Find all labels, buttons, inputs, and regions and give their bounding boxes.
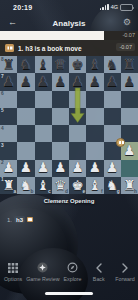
board-square-f2[interactable]: ♟	[86, 160, 103, 177]
home-indicator[interactable]	[45, 292, 93, 295]
board-square-f3[interactable]	[86, 142, 103, 159]
board-square-d1[interactable]: d♛	[52, 177, 69, 194]
game-review-label: Game Review	[26, 276, 59, 282]
move-san[interactable]: h3	[14, 216, 25, 223]
board-square-g1[interactable]: g♞	[104, 177, 121, 194]
board-square-e4[interactable]	[69, 125, 86, 142]
board-square-a7[interactable]: 7♟	[0, 73, 17, 90]
rank-label: 5	[1, 108, 4, 113]
page-title: Analysis	[0, 19, 138, 28]
chess-piece-black-k[interactable]: ♚	[69, 56, 86, 73]
chess-piece-white-b[interactable]: ♝	[86, 177, 103, 194]
game-review-button[interactable]: Game Review	[26, 258, 59, 292]
board-square-h5[interactable]	[121, 108, 138, 125]
board-square-c4[interactable]	[35, 125, 52, 142]
board-square-f7[interactable]: ♟	[86, 73, 103, 90]
chevron-left-icon	[95, 262, 103, 273]
board-square-h2[interactable]	[121, 160, 138, 177]
options-label: Options	[4, 276, 22, 282]
chess-piece-white-p[interactable]: ♟	[86, 160, 103, 177]
chess-piece-white-p[interactable]: ♟	[0, 160, 17, 177]
chess-piece-black-p[interactable]: ♟	[86, 73, 103, 90]
back-label: Back	[93, 276, 105, 282]
board-square-a4[interactable]: 4	[0, 125, 17, 142]
chess-piece-white-p[interactable]: ♟	[104, 160, 121, 177]
chess-piece-white-b[interactable]: ♝	[35, 177, 52, 194]
chess-piece-white-r[interactable]: ♜	[0, 177, 17, 194]
chess-piece-white-k[interactable]: ♚	[69, 177, 86, 194]
board-square-c3[interactable]	[35, 142, 52, 159]
board-square-c8[interactable]: ♝	[35, 56, 52, 73]
board-square-f4[interactable]	[86, 125, 103, 142]
board-square-a3[interactable]: 3	[0, 142, 17, 159]
board-square-b5[interactable]	[17, 108, 34, 125]
bottom-toolbar: Options Game Review Explore Back Forward	[0, 258, 138, 292]
chess-analysis-screen: 20:19 4G ← Analysis ⚙ -0.07 1. h3 is a b…	[0, 0, 138, 300]
board-square-g6[interactable]	[104, 91, 121, 108]
chess-piece-black-p[interactable]: ♟	[35, 73, 52, 90]
status-bar: 20:19 4G	[0, 0, 138, 16]
board-square-b1[interactable]: b♞	[17, 177, 34, 194]
board-square-a5[interactable]: 5	[0, 108, 17, 125]
chess-board[interactable]: 8♜♞♝♛♚♝♞♜7♟♟♟♟♟♟♟♟6543♟2♟♟♟♟♟♟♟1a♜b♞c♝d♛…	[0, 56, 138, 194]
board-square-h1[interactable]: h♜	[121, 177, 138, 194]
board-square-a8[interactable]: 8♜	[0, 56, 17, 73]
explore-label: Explore	[64, 276, 82, 282]
chess-piece-black-q[interactable]: ♛	[52, 56, 69, 73]
board-square-a6[interactable]: 6	[0, 91, 17, 108]
evaluation-value: -0.07	[122, 31, 135, 40]
chess-piece-white-r[interactable]: ♜	[121, 177, 138, 194]
clock-time: 20:19	[13, 4, 32, 11]
chess-piece-white-n[interactable]: ♞	[104, 177, 121, 194]
board-square-g7[interactable]: ♟	[104, 73, 121, 90]
board-square-d8[interactable]: ♛	[52, 56, 69, 73]
rank-label: 6	[1, 91, 4, 96]
board-square-e7[interactable]: ♟	[69, 73, 86, 90]
review-icon	[37, 262, 48, 273]
chevron-right-icon	[121, 262, 129, 273]
forward-label: Forward	[115, 276, 134, 282]
board-square-h8[interactable]: ♜	[121, 56, 138, 73]
board-square-c5[interactable]	[35, 108, 52, 125]
board-square-e2[interactable]: ♟	[69, 160, 86, 177]
board-square-f1[interactable]: f♝	[86, 177, 103, 194]
battery-icon	[120, 4, 133, 11]
book-icon	[5, 44, 14, 52]
board-square-b3[interactable]	[17, 142, 34, 159]
forward-move-button[interactable]: Forward	[112, 258, 138, 292]
rank-label: 3	[1, 143, 4, 148]
back-move-button[interactable]: Back	[86, 258, 112, 292]
board-square-a2[interactable]: 2♟	[0, 160, 17, 177]
chess-piece-white-p[interactable]: ♟	[17, 160, 34, 177]
chess-piece-black-r[interactable]: ♜	[121, 56, 138, 73]
board-square-e8[interactable]: ♚	[69, 56, 86, 73]
move-list: 1. h3	[7, 216, 33, 223]
board-square-d4[interactable]	[52, 125, 69, 142]
board-square-b6[interactable]	[17, 91, 34, 108]
grid-icon	[8, 262, 18, 273]
chess-piece-black-p[interactable]: ♟	[17, 73, 34, 90]
explore-icon	[67, 262, 78, 273]
board-square-e5[interactable]	[69, 108, 86, 125]
move-assessment-text: 1. h3 is a book move	[18, 45, 82, 52]
board-square-g8[interactable]: ♞	[104, 56, 121, 73]
book-move-mini-icon	[27, 217, 33, 223]
chess-piece-black-n[interactable]: ♞	[104, 56, 121, 73]
opening-name: Clemenz Opening	[0, 198, 138, 204]
chess-piece-black-n[interactable]: ♞	[17, 56, 34, 73]
board-square-h6[interactable]	[121, 91, 138, 108]
board-square-b4[interactable]	[17, 125, 34, 142]
chess-piece-black-r[interactable]: ♜	[0, 56, 17, 73]
board-square-d5[interactable]	[52, 108, 69, 125]
cellular-signal-icon	[100, 4, 109, 10]
explore-button[interactable]: Explore	[59, 258, 85, 292]
book-move-badge	[116, 138, 125, 147]
board-square-g2[interactable]: ♟	[104, 160, 121, 177]
move-assessment-eval-badge: -0.07	[116, 43, 135, 51]
board-square-c1[interactable]: c♝	[35, 177, 52, 194]
board-square-h7[interactable]: ♟	[121, 73, 138, 90]
chess-piece-white-n[interactable]: ♞	[17, 177, 34, 194]
network-type-label: 4G	[111, 4, 118, 10]
board-square-d2[interactable]: ♟	[52, 160, 69, 177]
chess-piece-black-p[interactable]: ♟	[104, 73, 121, 90]
board-square-b7[interactable]: ♟	[17, 73, 34, 90]
board-square-g5[interactable]	[104, 108, 121, 125]
chess-piece-black-p[interactable]: ♟	[69, 73, 86, 90]
board-square-e3[interactable]	[69, 142, 86, 159]
board-square-b8[interactable]: ♞	[17, 56, 34, 73]
board-square-e6[interactable]	[69, 91, 86, 108]
evaluation-bar: -0.07	[0, 31, 138, 40]
board-square-c2[interactable]: ♟	[35, 160, 52, 177]
evaluation-bar-white-fill	[0, 31, 104, 40]
chess-piece-black-p[interactable]: ♟	[52, 73, 69, 90]
chess-piece-white-p[interactable]: ♟	[35, 160, 52, 177]
chess-piece-white-p[interactable]: ♟	[52, 160, 69, 177]
chess-piece-black-p[interactable]: ♟	[121, 73, 138, 90]
move-assessment-row: 1. h3 is a book move -0.07	[0, 40, 138, 56]
board-square-a1[interactable]: 1a♜	[0, 177, 17, 194]
chess-piece-black-b[interactable]: ♝	[35, 56, 52, 73]
board-square-f5[interactable]	[86, 108, 103, 125]
board-square-c6[interactable]	[35, 91, 52, 108]
settings-gear-icon[interactable]: ⚙	[123, 17, 131, 27]
board-square-e1[interactable]: e♚	[69, 177, 86, 194]
board-square-d7[interactable]: ♟	[52, 73, 69, 90]
last-move-highlight	[121, 160, 138, 177]
rank-label: 4	[1, 126, 4, 131]
board-square-f8[interactable]: ♝	[86, 56, 103, 73]
nav-bar: ← Analysis ⚙	[0, 16, 138, 31]
board-square-b2[interactable]: ♟	[17, 160, 34, 177]
board-square-c7[interactable]: ♟	[35, 73, 52, 90]
options-button[interactable]: Options	[0, 258, 26, 292]
board-square-d6[interactable]	[52, 91, 69, 108]
chess-piece-black-p[interactable]: ♟	[0, 73, 17, 90]
move-number: 1.	[7, 217, 12, 223]
board-square-f6[interactable]	[86, 91, 103, 108]
chess-piece-white-q[interactable]: ♛	[52, 177, 69, 194]
board-square-d3[interactable]	[52, 142, 69, 159]
chess-piece-white-p[interactable]: ♟	[69, 160, 86, 177]
chess-piece-black-b[interactable]: ♝	[86, 56, 103, 73]
